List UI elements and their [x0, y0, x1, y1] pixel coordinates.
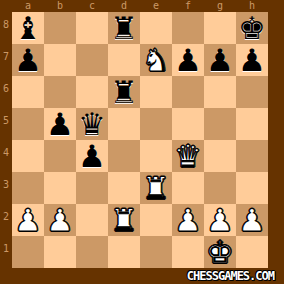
rank-labels: 87654321: [0, 12, 12, 268]
square-f1[interactable]: [172, 236, 204, 268]
square-f2[interactable]: ♟: [172, 204, 204, 236]
square-f4[interactable]: ♛: [172, 140, 204, 172]
square-b1[interactable]: [44, 236, 76, 268]
square-c6[interactable]: [76, 76, 108, 108]
piece-white-pawn[interactable]: ♟: [46, 204, 74, 236]
piece-white-queen[interactable]: ♛: [174, 140, 202, 172]
piece-white-knight[interactable]: ♞: [142, 44, 170, 76]
square-e4[interactable]: [140, 140, 172, 172]
square-d1[interactable]: [108, 236, 140, 268]
file-label-g: g: [204, 0, 236, 12]
square-d3[interactable]: [108, 172, 140, 204]
square-h5[interactable]: [236, 108, 268, 140]
square-b7[interactable]: [44, 44, 76, 76]
square-f6[interactable]: [172, 76, 204, 108]
square-c4[interactable]: ♟: [76, 140, 108, 172]
piece-black-pawn[interactable]: ♟: [238, 44, 266, 76]
piece-white-pawn[interactable]: ♟: [14, 204, 42, 236]
square-c3[interactable]: [76, 172, 108, 204]
square-h3[interactable]: [236, 172, 268, 204]
square-d7[interactable]: [108, 44, 140, 76]
square-d5[interactable]: [108, 108, 140, 140]
square-b6[interactable]: [44, 76, 76, 108]
rank-label-3: 3: [0, 172, 12, 204]
square-h1[interactable]: [236, 236, 268, 268]
square-e1[interactable]: [140, 236, 172, 268]
site-credit: CHESSGAMES.COM: [187, 269, 274, 283]
piece-white-rook[interactable]: ♜: [110, 204, 138, 236]
square-b3[interactable]: [44, 172, 76, 204]
square-a3[interactable]: [12, 172, 44, 204]
piece-white-rook[interactable]: ♜: [142, 172, 170, 204]
square-c5[interactable]: ♛: [76, 108, 108, 140]
square-c7[interactable]: [76, 44, 108, 76]
piece-white-pawn[interactable]: ♟: [238, 204, 266, 236]
square-d8[interactable]: ♜: [108, 12, 140, 44]
piece-black-bishop[interactable]: ♝: [14, 12, 42, 44]
square-e3[interactable]: ♜: [140, 172, 172, 204]
piece-black-king[interactable]: ♚: [238, 12, 266, 44]
square-h4[interactable]: [236, 140, 268, 172]
square-e5[interactable]: [140, 108, 172, 140]
square-c8[interactable]: [76, 12, 108, 44]
square-f7[interactable]: ♟: [172, 44, 204, 76]
square-a1[interactable]: [12, 236, 44, 268]
square-e8[interactable]: [140, 12, 172, 44]
piece-black-pawn[interactable]: ♟: [14, 44, 42, 76]
rank-label-7: 7: [0, 44, 12, 76]
file-label-e: e: [140, 0, 172, 12]
square-f5[interactable]: [172, 108, 204, 140]
piece-black-queen[interactable]: ♛: [78, 108, 106, 140]
square-a5[interactable]: [12, 108, 44, 140]
square-g3[interactable]: [204, 172, 236, 204]
square-a2[interactable]: ♟: [12, 204, 44, 236]
square-h6[interactable]: [236, 76, 268, 108]
square-g2[interactable]: ♟: [204, 204, 236, 236]
square-h2[interactable]: ♟: [236, 204, 268, 236]
square-f8[interactable]: [172, 12, 204, 44]
square-b8[interactable]: [44, 12, 76, 44]
rank-label-1: 1: [0, 236, 12, 268]
piece-white-king[interactable]: ♚: [206, 236, 234, 268]
piece-black-pawn[interactable]: ♟: [78, 140, 106, 172]
square-b4[interactable]: [44, 140, 76, 172]
square-c1[interactable]: [76, 236, 108, 268]
piece-black-rook[interactable]: ♜: [110, 76, 138, 108]
piece-black-pawn[interactable]: ♟: [46, 108, 74, 140]
file-label-c: c: [76, 0, 108, 12]
piece-black-pawn[interactable]: ♟: [206, 44, 234, 76]
square-g6[interactable]: [204, 76, 236, 108]
file-label-f: f: [172, 0, 204, 12]
file-label-b: b: [44, 0, 76, 12]
chess-board-frame: abcdefgh 87654321 ♝♜♚♟♞♟♟♟♜♟♛♟♛♜♟♟♜♟♟♟♚ …: [0, 0, 284, 284]
piece-white-pawn[interactable]: ♟: [206, 204, 234, 236]
square-d2[interactable]: ♜: [108, 204, 140, 236]
square-d6[interactable]: ♜: [108, 76, 140, 108]
square-a8[interactable]: ♝: [12, 12, 44, 44]
rank-label-6: 6: [0, 76, 12, 108]
square-e6[interactable]: [140, 76, 172, 108]
square-g1[interactable]: ♚: [204, 236, 236, 268]
square-b5[interactable]: ♟: [44, 108, 76, 140]
square-g8[interactable]: [204, 12, 236, 44]
rank-label-2: 2: [0, 204, 12, 236]
square-e2[interactable]: [140, 204, 172, 236]
rank-label-5: 5: [0, 108, 12, 140]
square-g4[interactable]: [204, 140, 236, 172]
piece-black-rook[interactable]: ♜: [110, 12, 138, 44]
square-a6[interactable]: [12, 76, 44, 108]
square-g7[interactable]: ♟: [204, 44, 236, 76]
file-labels: abcdefgh: [12, 0, 268, 12]
square-a7[interactable]: ♟: [12, 44, 44, 76]
square-h8[interactable]: ♚: [236, 12, 268, 44]
piece-black-pawn[interactable]: ♟: [174, 44, 202, 76]
rank-label-8: 8: [0, 12, 12, 44]
square-h7[interactable]: ♟: [236, 44, 268, 76]
square-g5[interactable]: [204, 108, 236, 140]
piece-white-pawn[interactable]: ♟: [174, 204, 202, 236]
square-d4[interactable]: [108, 140, 140, 172]
square-e7[interactable]: ♞: [140, 44, 172, 76]
square-b2[interactable]: ♟: [44, 204, 76, 236]
square-f3[interactable]: [172, 172, 204, 204]
rank-label-4: 4: [0, 140, 12, 172]
square-c2[interactable]: [76, 204, 108, 236]
board: ♝♜♚♟♞♟♟♟♜♟♛♟♛♜♟♟♜♟♟♟♚: [12, 12, 268, 268]
square-a4[interactable]: [12, 140, 44, 172]
